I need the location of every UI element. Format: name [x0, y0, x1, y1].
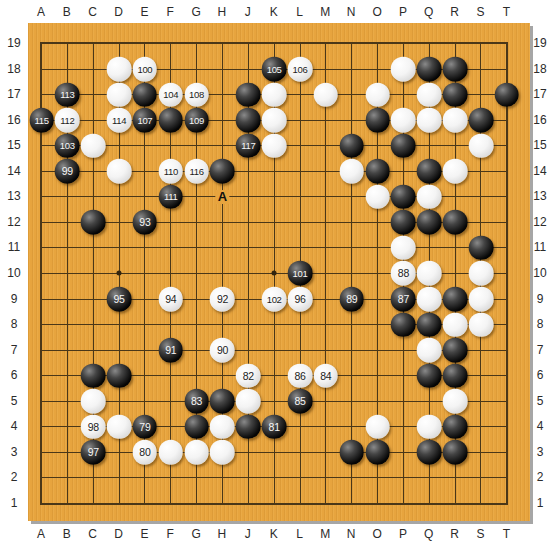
white-stone-O4 [365, 414, 390, 439]
black-stone-E17 [133, 82, 158, 107]
black-stone-R6 [443, 363, 468, 388]
black-stone-P12 [391, 210, 416, 235]
column-label-top-A: A [37, 5, 45, 19]
row-label-left-15: 15 [7, 138, 20, 152]
row-label-right-2: 2 [537, 470, 544, 484]
row-label-left-9: 9 [11, 292, 18, 306]
white-stone-C15 [81, 133, 106, 158]
column-label-top-S: S [476, 5, 484, 19]
white-stone-D14 [107, 159, 132, 184]
black-stone-S16 [469, 108, 494, 133]
row-label-right-10: 10 [533, 266, 546, 280]
black-stone-J15-move-117: 117 [236, 133, 261, 158]
black-stone-O3 [365, 440, 390, 465]
white-stone-G3 [184, 440, 209, 465]
black-stone-G16-move-109: 109 [184, 108, 209, 133]
row-label-right-16: 16 [533, 113, 546, 127]
white-stone-R5 [443, 389, 468, 414]
black-stone-G4 [184, 414, 209, 439]
column-label-bottom-G: G [191, 527, 200, 541]
column-label-bottom-N: N [347, 527, 356, 541]
row-label-left-8: 8 [11, 317, 18, 331]
black-stone-O14 [365, 159, 390, 184]
column-label-top-R: R [450, 5, 459, 19]
black-stone-D9-move-95: 95 [107, 287, 132, 312]
column-label-top-P: P [399, 5, 407, 19]
black-stone-E16-move-107: 107 [133, 108, 158, 133]
white-stone-H9-move-92: 92 [210, 287, 235, 312]
column-label-bottom-B: B [63, 527, 71, 541]
black-stone-L5-move-85: 85 [288, 389, 313, 414]
white-stone-D16-move-114: 114 [107, 108, 132, 133]
black-stone-K18-move-105: 105 [262, 57, 287, 82]
black-stone-B14-move-99: 99 [55, 159, 80, 184]
white-stone-D17 [107, 82, 132, 107]
white-stone-F17-move-104: 104 [158, 82, 183, 107]
row-label-right-11: 11 [534, 240, 546, 254]
white-stone-F3 [158, 440, 183, 465]
white-stone-J6-move-82: 82 [236, 363, 261, 388]
black-stone-N15 [339, 133, 364, 158]
row-label-right-13: 13 [533, 189, 546, 203]
column-label-top-B: B [63, 5, 71, 19]
column-label-top-Q: Q [424, 5, 433, 19]
black-stone-R4 [443, 414, 468, 439]
column-label-top-O: O [372, 5, 381, 19]
white-stone-E18-move-100: 100 [133, 57, 158, 82]
row-label-left-19: 19 [7, 36, 20, 50]
black-stone-T17 [495, 82, 520, 107]
white-stone-R16 [443, 108, 468, 133]
black-stone-F16 [158, 108, 183, 133]
row-label-right-19: 19 [533, 36, 546, 50]
white-stone-Q10 [417, 261, 442, 286]
black-stone-F7-move-91: 91 [158, 338, 183, 363]
black-stone-Q3 [417, 440, 442, 465]
white-stone-O13 [365, 185, 390, 210]
black-stone-B15-move-103: 103 [55, 133, 80, 158]
white-stone-H7-move-90: 90 [210, 338, 235, 363]
column-label-top-T: T [503, 5, 510, 19]
white-stone-P10-move-88: 88 [391, 261, 416, 286]
white-stone-P16 [391, 108, 416, 133]
white-stone-D18 [107, 57, 132, 82]
white-stone-L18-move-106: 106 [288, 57, 313, 82]
column-label-top-K: K [270, 5, 278, 19]
row-label-right-8: 8 [537, 317, 544, 331]
black-stone-O16 [365, 108, 390, 133]
black-stone-H14 [210, 159, 235, 184]
white-stone-M17 [314, 82, 339, 107]
column-label-top-C: C [88, 5, 97, 19]
column-label-bottom-T: T [503, 527, 510, 541]
column-label-top-H: H [218, 5, 227, 19]
white-stone-H3 [210, 440, 235, 465]
white-stone-O17 [365, 82, 390, 107]
row-label-left-1: 1 [11, 496, 18, 510]
white-stone-K9-move-102: 102 [262, 287, 287, 312]
black-stone-A16-move-115: 115 [29, 108, 54, 133]
white-stone-Q17 [417, 82, 442, 107]
white-stone-M6-move-84: 84 [314, 363, 339, 388]
white-stone-Q9 [417, 287, 442, 312]
row-label-left-7: 7 [11, 343, 18, 357]
black-stone-Q6 [417, 363, 442, 388]
black-stone-P13 [391, 185, 416, 210]
black-stone-H5 [210, 389, 235, 414]
row-label-left-13: 13 [7, 189, 20, 203]
white-stone-Q4 [417, 414, 442, 439]
white-stone-G14-move-116: 116 [184, 159, 209, 184]
column-label-bottom-F: F [167, 527, 174, 541]
black-stone-P8 [391, 312, 416, 337]
white-stone-N14 [339, 159, 364, 184]
row-label-right-9: 9 [537, 292, 544, 306]
go-board: 1001051061131041081151121141071091031179… [28, 23, 530, 521]
row-label-right-7: 7 [537, 343, 544, 357]
black-stone-N3 [339, 440, 364, 465]
column-label-top-F: F [167, 5, 174, 19]
column-label-top-N: N [347, 5, 356, 19]
column-label-bottom-P: P [399, 527, 407, 541]
black-stone-D6 [107, 363, 132, 388]
black-stone-R3 [443, 440, 468, 465]
column-label-bottom-Q: Q [424, 527, 433, 541]
black-stone-S11 [469, 236, 494, 261]
column-label-top-M: M [320, 5, 330, 19]
row-label-left-3: 3 [11, 445, 18, 459]
column-label-bottom-O: O [372, 527, 381, 541]
black-stone-C3-move-97: 97 [81, 440, 106, 465]
black-stone-G5-move-83: 83 [184, 389, 209, 414]
column-label-bottom-K: K [270, 527, 278, 541]
white-stone-R8 [443, 312, 468, 337]
white-stone-S8 [469, 312, 494, 337]
black-stone-J4 [236, 414, 261, 439]
row-label-right-3: 3 [537, 445, 544, 459]
black-stone-R12 [443, 210, 468, 235]
white-stone-Q7 [417, 338, 442, 363]
column-label-top-D: D [114, 5, 123, 19]
black-stone-R9 [443, 287, 468, 312]
row-label-right-17: 17 [533, 87, 546, 101]
white-stone-L9-move-96: 96 [288, 287, 313, 312]
star-point-D10 [117, 271, 122, 276]
row-label-right-4: 4 [537, 419, 544, 433]
column-label-top-J: J [245, 5, 251, 19]
black-stone-R17 [443, 82, 468, 107]
go-diagram: 1001051061131041081151121141071091031179… [0, 0, 550, 550]
black-stone-E12-move-93: 93 [133, 210, 158, 235]
black-stone-J17 [236, 82, 261, 107]
white-stone-S15 [469, 133, 494, 158]
column-label-bottom-E: E [140, 527, 148, 541]
row-label-left-10: 10 [7, 266, 20, 280]
white-stone-J5 [236, 389, 261, 414]
black-stone-C12 [81, 210, 106, 235]
row-label-right-12: 12 [533, 215, 546, 229]
row-label-left-4: 4 [11, 419, 18, 433]
column-label-bottom-A: A [37, 527, 45, 541]
column-label-bottom-J: J [245, 527, 251, 541]
column-label-bottom-H: H [218, 527, 227, 541]
black-stone-R18 [443, 57, 468, 82]
column-label-bottom-S: S [476, 527, 484, 541]
row-label-left-17: 17 [7, 87, 20, 101]
row-label-left-12: 12 [7, 215, 20, 229]
black-stone-Q12 [417, 210, 442, 235]
white-stone-S9 [469, 287, 494, 312]
column-label-top-L: L [296, 5, 303, 19]
row-label-right-15: 15 [533, 138, 546, 152]
black-stone-E4-move-79: 79 [133, 414, 158, 439]
white-stone-Q16 [417, 108, 442, 133]
white-stone-K15 [262, 133, 287, 158]
row-label-left-14: 14 [7, 164, 20, 178]
column-label-bottom-R: R [450, 527, 459, 541]
column-label-bottom-D: D [114, 527, 123, 541]
black-stone-N9-move-89: 89 [339, 287, 364, 312]
white-stone-F14-move-110: 110 [158, 159, 183, 184]
row-label-left-18: 18 [7, 62, 20, 76]
white-stone-G17-move-108: 108 [184, 82, 209, 107]
white-stone-F9-move-94: 94 [158, 287, 183, 312]
white-stone-C5 [81, 389, 106, 414]
white-stone-D4 [107, 414, 132, 439]
black-stone-Q14 [417, 159, 442, 184]
column-label-top-G: G [191, 5, 200, 19]
black-stone-J16 [236, 108, 261, 133]
white-stone-E3-move-80: 80 [133, 440, 158, 465]
black-stone-B17-move-113: 113 [55, 82, 80, 107]
white-stone-K16 [262, 108, 287, 133]
row-label-left-16: 16 [7, 113, 20, 127]
row-label-left-5: 5 [11, 394, 18, 408]
black-stone-R7 [443, 338, 468, 363]
white-stone-P11 [391, 236, 416, 261]
row-label-right-1: 1 [537, 496, 544, 510]
black-stone-K4-move-81: 81 [262, 414, 287, 439]
white-stone-H4 [210, 414, 235, 439]
row-label-right-18: 18 [533, 62, 546, 76]
black-stone-L10-move-101: 101 [288, 261, 313, 286]
white-stone-L6-move-86: 86 [288, 363, 313, 388]
star-point-K10 [272, 271, 277, 276]
row-label-left-6: 6 [11, 368, 18, 382]
column-label-bottom-L: L [296, 527, 303, 541]
row-label-right-14: 14 [533, 164, 546, 178]
row-label-right-6: 6 [537, 368, 544, 382]
row-label-right-5: 5 [537, 394, 544, 408]
black-stone-C6 [81, 363, 106, 388]
white-stone-R14 [443, 159, 468, 184]
black-stone-P15 [391, 133, 416, 158]
black-stone-Q8 [417, 312, 442, 337]
white-stone-C4-move-98: 98 [81, 414, 106, 439]
white-stone-P18 [391, 57, 416, 82]
column-label-bottom-C: C [88, 527, 97, 541]
black-stone-P9-move-87: 87 [391, 287, 416, 312]
column-label-top-E: E [140, 5, 148, 19]
column-label-bottom-M: M [320, 527, 330, 541]
white-stone-K17 [262, 82, 287, 107]
row-label-left-2: 2 [11, 470, 18, 484]
white-stone-Q13 [417, 185, 442, 210]
white-stone-S10 [469, 261, 494, 286]
row-label-left-11: 11 [8, 240, 20, 254]
annotation-A-H13: A [216, 190, 229, 204]
black-stone-Q18 [417, 57, 442, 82]
white-stone-B16-move-112: 112 [55, 108, 80, 133]
black-stone-F13-move-111: 111 [158, 185, 183, 210]
